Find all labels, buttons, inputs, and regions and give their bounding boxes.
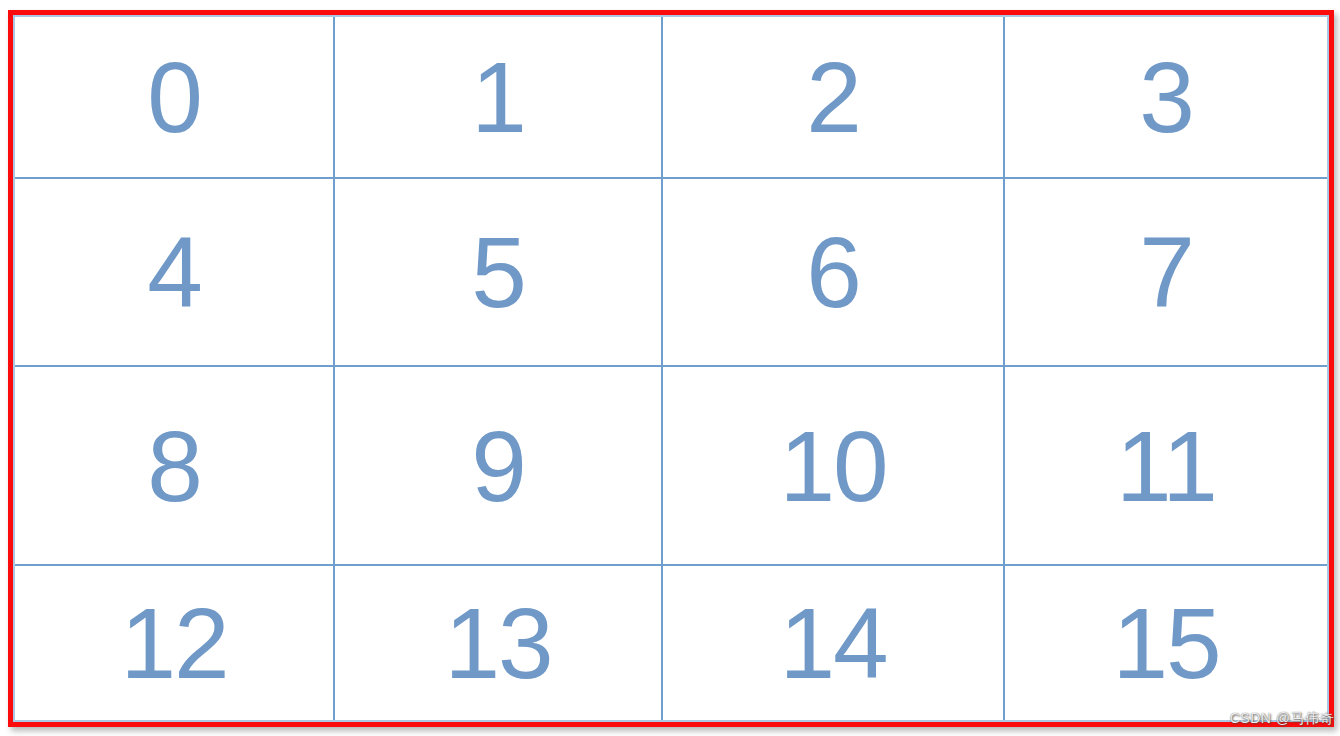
grid-cell-r3-c2: 14	[663, 566, 1003, 720]
cell-value: 13	[444, 593, 551, 693]
cell-value: 15	[1112, 593, 1219, 693]
grid-cell-r0-c2: 2	[663, 17, 1003, 177]
grid-cell-r0-c0: 0	[15, 17, 333, 177]
number-grid: 0 1 2 3 4 5 6 7 8 9 10 11 12 13 14 15	[13, 15, 1329, 722]
grid-cell-r0-c3: 3	[1005, 17, 1327, 177]
grid-cell-r1-c3: 7	[1005, 179, 1327, 365]
grid-cell-r2-c1: 9	[335, 367, 661, 564]
cell-value: 0	[147, 47, 201, 147]
grid-cell-r2-c3: 11	[1005, 367, 1327, 564]
grid-cell-r1-c1: 5	[335, 179, 661, 365]
grid-cell-r3-c0: 12	[15, 566, 333, 720]
grid-cell-r0-c1: 1	[335, 17, 661, 177]
grid-cell-r1-c0: 4	[15, 179, 333, 365]
cell-value: 10	[779, 416, 886, 516]
cell-value: 1	[471, 47, 525, 147]
cell-value: 8	[147, 416, 201, 516]
red-highlight-border: 0 1 2 3 4 5 6 7 8 9 10 11 12 13 14 15	[8, 10, 1334, 727]
cell-value: 3	[1139, 47, 1193, 147]
cell-value: 12	[120, 593, 227, 693]
cell-value: 7	[1139, 222, 1193, 322]
cell-value: 2	[806, 47, 860, 147]
grid-cell-r3-c3: 15	[1005, 566, 1327, 720]
cell-value: 6	[806, 222, 860, 322]
grid-cell-r3-c1: 13	[335, 566, 661, 720]
cell-value: 9	[471, 416, 525, 516]
grid-cell-r1-c2: 6	[663, 179, 1003, 365]
grid-cell-r2-c2: 10	[663, 367, 1003, 564]
cell-value: 4	[147, 222, 201, 322]
cell-value: 11	[1116, 416, 1216, 516]
watermark: CSDN @马伟奇	[1230, 710, 1334, 728]
page: 0 1 2 3 4 5 6 7 8 9 10 11 12 13 14 15 CS…	[0, 0, 1340, 736]
grid-cell-r2-c0: 8	[15, 367, 333, 564]
cell-value: 14	[779, 593, 886, 693]
cell-value: 5	[471, 222, 525, 322]
